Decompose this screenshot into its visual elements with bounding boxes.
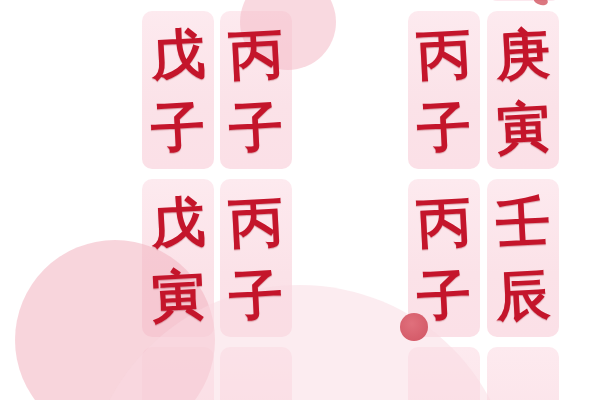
ganzhi-card-col2-row3[interactable]: 丙 (220, 347, 292, 400)
stem-char: 丙 (416, 193, 473, 250)
stem-char: 戊 (150, 25, 207, 82)
ganzhi-card-col4-row2[interactable]: 壬 辰 (487, 179, 559, 337)
branch-char: 辰 (495, 266, 552, 323)
branch-char: 子 (416, 98, 473, 155)
branch-char: 子 (416, 266, 473, 323)
branch-char: 寅 (150, 266, 207, 323)
stem-char: 丙 (228, 193, 285, 250)
stem-char: 戊 (150, 193, 207, 250)
ganzhi-card-col1-row3[interactable]: 乙 (142, 347, 214, 400)
cutoff-card-remnant (488, 0, 560, 1)
ganzhi-card-col1-row2[interactable]: 戊 寅 (142, 179, 214, 337)
stem-char: 庚 (495, 25, 552, 82)
bazi-chart-stage: 戊 子 戊 寅 乙 丙 子 丙 子 丙 丙 子 丙 子 丙 庚 寅 壬 辰 (0, 0, 600, 400)
branch-char: 子 (228, 266, 285, 323)
branch-char: 子 (228, 98, 285, 155)
ganzhi-card-col1-row1[interactable]: 戊 子 (142, 11, 214, 169)
ganzhi-card-col3-row2[interactable]: 丙 子 (408, 179, 480, 337)
ganzhi-card-col4-row1[interactable]: 庚 寅 (487, 11, 559, 169)
ganzhi-card-col3-row1[interactable]: 丙 子 (408, 11, 480, 169)
stem-char: 丙 (228, 25, 285, 82)
cutoff-glyph-stroke (533, 0, 549, 7)
ganzhi-card-col3-row3[interactable]: 丙 (408, 347, 480, 400)
ganzhi-card-col2-row2[interactable]: 丙 子 (220, 179, 292, 337)
stem-char: 丙 (416, 25, 473, 82)
branch-char: 寅 (495, 98, 552, 155)
ganzhi-card-col4-row3[interactable]: 甲 (487, 347, 559, 400)
ganzhi-card-col2-row1[interactable]: 丙 子 (220, 11, 292, 169)
branch-char: 子 (150, 98, 207, 155)
stem-char: 壬 (495, 193, 552, 250)
